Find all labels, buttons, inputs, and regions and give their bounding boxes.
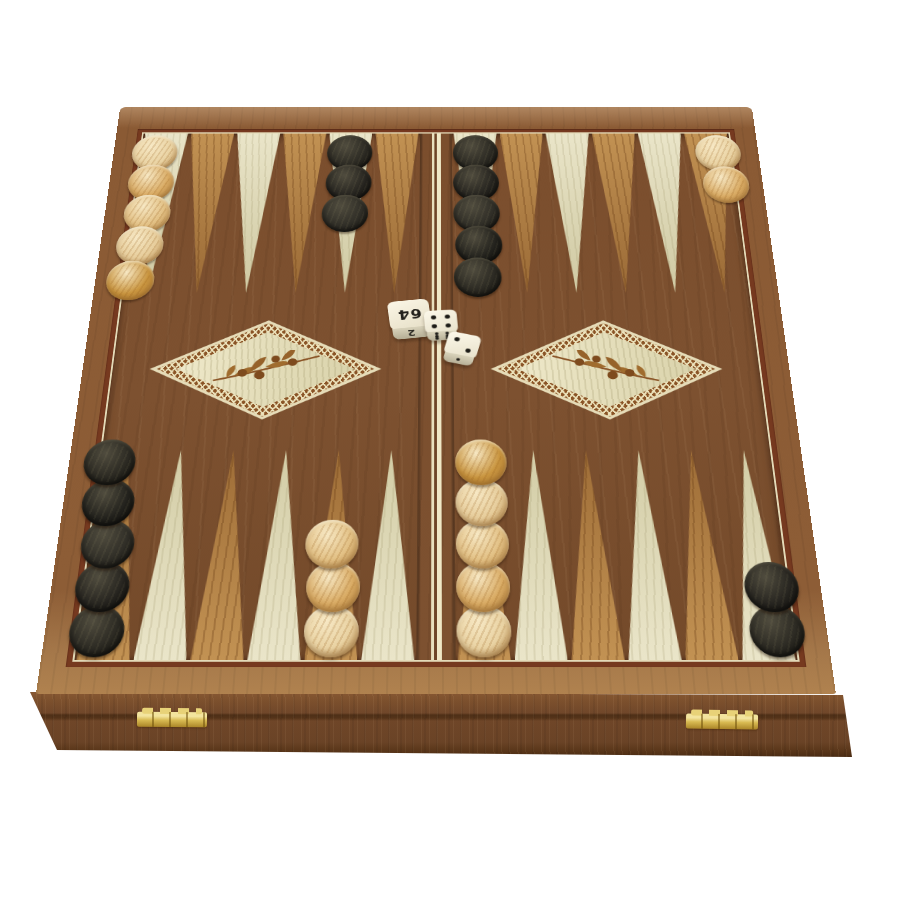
checker-white[interactable] [305,562,361,612]
point-17[interactable] [320,134,374,299]
checker-black[interactable] [742,562,802,612]
checker-black[interactable] [72,562,132,612]
point-20[interactable] [498,134,552,299]
checker-white[interactable] [455,440,507,486]
checker-stack [741,569,810,658]
checker-black[interactable] [66,605,127,657]
checker-white[interactable] [694,135,744,170]
point-8[interactable] [302,444,365,660]
point-triangle [371,134,418,293]
doubling-cube-value: 64 [396,306,423,323]
bar[interactable] [416,134,456,660]
point-19[interactable] [452,134,503,299]
checker-black[interactable] [78,520,137,569]
checker-white[interactable] [456,605,512,657]
checker-black[interactable] [79,479,137,526]
checker-white[interactable] [456,520,510,569]
doubling-cube-side-value: 2 [407,327,416,338]
checker-white[interactable] [303,605,360,657]
checker-white[interactable] [104,261,157,300]
checker-black[interactable] [747,605,808,657]
checker-black[interactable] [454,258,502,297]
die-pip [432,324,438,328]
backgammon-board: 64 2 [36,107,836,694]
die-pip [444,314,450,318]
field-centre [453,298,769,444]
board-perspective-wrap: 64 2 [36,107,836,694]
brass-hinge-left [137,712,207,728]
checker-black[interactable] [321,195,369,232]
field-centre [103,298,419,444]
checker-white[interactable] [456,562,511,612]
point-18[interactable] [369,134,420,299]
point-triangle [247,450,310,660]
die-pip [454,337,460,342]
point-triangle [361,450,416,660]
checker-stack [451,135,503,290]
checker-white[interactable] [305,520,360,569]
checker-stack [301,526,364,657]
point-triangle [509,450,568,660]
checker-white[interactable] [455,479,508,526]
playing-field: 64 2 [72,132,799,661]
point-7[interactable] [359,444,418,660]
die-pip [435,337,439,340]
board-half-left [74,134,420,660]
backgammon-product-photo: 64 2 [0,0,900,900]
point-triangle [272,134,326,293]
checker-stack [453,446,514,658]
olive-branch-motif [144,320,382,419]
checker-black[interactable] [81,440,138,486]
board-inner-liner: 64 2 [66,129,807,667]
checker-stack [112,135,181,290]
point-triangle [500,134,551,293]
checker-stack [692,135,748,194]
checker-white[interactable] [114,226,166,264]
die-pip [445,323,451,327]
die-pip [464,348,470,353]
brass-hinge-right [686,713,758,729]
diamond-inlay [490,320,728,419]
diamond-inlay [144,320,382,419]
olive-branch-motif [490,320,728,419]
point-6[interactable] [454,444,513,660]
die-pip [456,358,460,361]
board-half-right [452,134,798,660]
checker-stack [322,135,374,225]
die-pip [431,315,437,319]
